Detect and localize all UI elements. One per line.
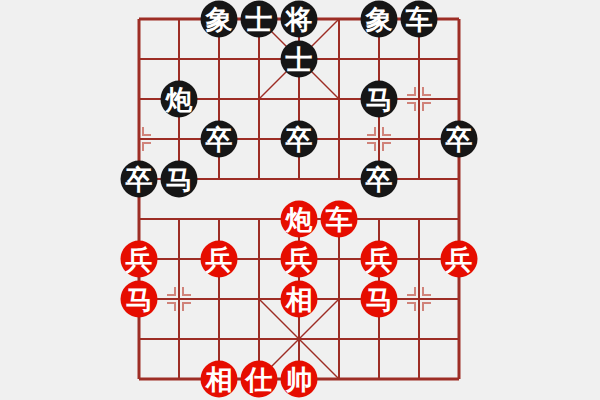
- xiangqi-board: 象士将象车士炮马卒卒卒卒马卒炮车兵兵兵兵兵马相马相仕帅: [0, 0, 600, 400]
- piece-red-cannon[interactable]: 炮: [281, 201, 318, 238]
- piece-black-advisor[interactable]: 士: [241, 1, 278, 38]
- piece-red-elephant[interactable]: 相: [201, 361, 238, 398]
- piece-red-soldier[interactable]: 兵: [281, 241, 318, 278]
- piece-red-chariot[interactable]: 车: [321, 201, 358, 238]
- piece-black-elephant[interactable]: 象: [361, 1, 398, 38]
- piece-red-soldier[interactable]: 兵: [441, 241, 478, 278]
- piece-black-advisor[interactable]: 士: [281, 41, 318, 78]
- piece-black-soldier[interactable]: 卒: [441, 121, 478, 158]
- piece-red-soldier[interactable]: 兵: [361, 241, 398, 278]
- pieces-layer: 象士将象车士炮马卒卒卒卒马卒炮车兵兵兵兵兵马相马相仕帅: [0, 0, 600, 400]
- piece-red-soldier[interactable]: 兵: [121, 241, 158, 278]
- piece-red-advisor[interactable]: 仕: [241, 361, 278, 398]
- piece-black-elephant[interactable]: 象: [201, 1, 238, 38]
- piece-black-cannon[interactable]: 炮: [161, 81, 198, 118]
- piece-red-general[interactable]: 帅: [281, 361, 318, 398]
- piece-black-soldier[interactable]: 卒: [121, 161, 158, 198]
- piece-black-chariot[interactable]: 车: [401, 1, 438, 38]
- piece-black-soldier[interactable]: 卒: [361, 161, 398, 198]
- piece-red-elephant[interactable]: 相: [281, 281, 318, 318]
- piece-black-soldier[interactable]: 卒: [281, 121, 318, 158]
- piece-red-horse[interactable]: 马: [121, 281, 158, 318]
- piece-black-horse[interactable]: 马: [161, 161, 198, 198]
- piece-black-horse[interactable]: 马: [361, 81, 398, 118]
- piece-red-horse[interactable]: 马: [361, 281, 398, 318]
- piece-black-general[interactable]: 将: [281, 1, 318, 38]
- piece-red-soldier[interactable]: 兵: [201, 241, 238, 278]
- piece-black-soldier[interactable]: 卒: [201, 121, 238, 158]
